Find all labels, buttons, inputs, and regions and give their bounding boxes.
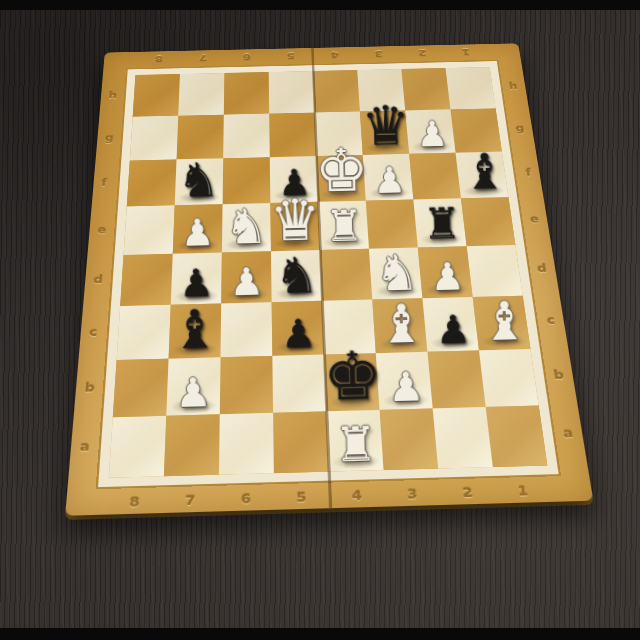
square-h5[interactable] xyxy=(269,71,315,113)
square-h1[interactable] xyxy=(446,67,496,109)
file-label-right-c: c xyxy=(546,314,557,327)
square-e6[interactable]: ♞ xyxy=(222,203,271,253)
square-e3[interactable] xyxy=(366,199,418,248)
piece-black-pawn-c5[interactable]: ♟ xyxy=(280,314,316,354)
square-e5[interactable]: ♛ xyxy=(270,202,320,251)
square-e1[interactable] xyxy=(461,197,515,246)
piece-white-pawn-g2[interactable]: ♟ xyxy=(416,116,448,152)
square-f2[interactable] xyxy=(409,153,461,200)
file-label-left-f: f xyxy=(101,177,108,188)
square-h7[interactable] xyxy=(178,73,224,116)
square-g5[interactable] xyxy=(269,113,316,158)
square-g2[interactable]: ♟ xyxy=(405,109,455,153)
rank-label-top-5: 5 xyxy=(286,51,295,61)
file-label-right-a: a xyxy=(562,426,574,441)
square-f4[interactable]: ♚ xyxy=(316,155,365,202)
square-d2[interactable]: ♟ xyxy=(418,246,473,298)
piece-white-pawn-b7[interactable]: ♟ xyxy=(174,372,211,413)
file-label-left-c: c xyxy=(89,325,99,338)
chess-board: ♛♟♞♟♚♟♝♟♞♛♜♜♟♟♞♞♟♝♟♝♟♝♟♚♟♜ 8765432187654… xyxy=(65,43,593,515)
square-b1[interactable] xyxy=(479,349,539,407)
piece-white-rook-e4[interactable]: ♜ xyxy=(324,204,364,248)
square-b7[interactable]: ♟ xyxy=(166,357,220,415)
square-b8[interactable] xyxy=(113,359,169,418)
square-d7[interactable]: ♟ xyxy=(171,252,222,304)
square-h6[interactable] xyxy=(224,72,269,115)
square-c7[interactable]: ♝ xyxy=(169,303,222,358)
rank-label-top-1: 1 xyxy=(460,47,470,57)
piece-black-rook-e2[interactable]: ♜ xyxy=(422,202,461,246)
piece-white-rook-a4[interactable]: ♜ xyxy=(333,420,377,469)
piece-white-king-f4[interactable]: ♚ xyxy=(314,140,369,201)
letterbox-bottom xyxy=(0,628,640,640)
file-label-left-b: b xyxy=(84,380,96,394)
rank-label-bottom-6: 6 xyxy=(241,491,252,507)
square-d8[interactable] xyxy=(120,254,173,306)
letterbox-top xyxy=(0,0,640,10)
rank-label-bottom-2: 2 xyxy=(462,485,474,501)
square-a4[interactable]: ♜ xyxy=(326,410,383,472)
piece-white-pawn-f3[interactable]: ♟ xyxy=(372,162,405,199)
piece-black-pawn-d7[interactable]: ♟ xyxy=(178,264,213,303)
square-d1[interactable] xyxy=(467,245,523,297)
file-label-left-h: h xyxy=(108,90,118,100)
rank-label-bottom-8: 8 xyxy=(129,494,141,510)
square-c2[interactable]: ♟ xyxy=(422,297,478,352)
square-d6[interactable]: ♟ xyxy=(221,251,271,303)
piece-black-king-b4[interactable]: ♚ xyxy=(322,342,383,410)
rank-label-top-3: 3 xyxy=(373,49,382,59)
square-c6[interactable] xyxy=(221,302,273,357)
file-label-right-d: d xyxy=(536,262,548,274)
square-a2[interactable] xyxy=(433,407,493,468)
square-b4[interactable]: ♚ xyxy=(324,353,379,411)
rank-label-bottom-3: 3 xyxy=(407,486,419,502)
piece-white-knight-d3[interactable]: ♞ xyxy=(374,247,419,297)
rank-label-top-2: 2 xyxy=(417,48,427,58)
square-h8[interactable] xyxy=(133,74,180,117)
file-label-right-h: h xyxy=(508,81,518,91)
file-label-left-a: a xyxy=(79,439,90,454)
file-label-left-e: e xyxy=(97,224,107,236)
file-label-right-g: g xyxy=(515,123,526,134)
square-f7[interactable]: ♞ xyxy=(175,158,223,205)
piece-white-pawn-d6[interactable]: ♟ xyxy=(228,263,263,302)
square-a7[interactable] xyxy=(164,414,220,476)
piece-black-bishop-c7[interactable]: ♝ xyxy=(170,303,219,357)
rank-label-top-8: 8 xyxy=(154,54,163,64)
square-a1[interactable] xyxy=(486,406,548,467)
piece-white-bishop-c1[interactable]: ♝ xyxy=(480,295,528,349)
piece-black-knight-d5[interactable]: ♞ xyxy=(273,250,318,300)
square-f3[interactable]: ♟ xyxy=(363,154,414,201)
piece-white-pawn-e7[interactable]: ♟ xyxy=(180,214,214,252)
piece-white-pawn-b3[interactable]: ♟ xyxy=(387,367,424,408)
file-label-right-b: b xyxy=(553,368,566,382)
square-a8[interactable] xyxy=(109,416,167,478)
piece-white-queen-e5[interactable]: ♛ xyxy=(268,191,321,249)
piece-black-bishop-f1[interactable]: ♝ xyxy=(462,147,507,197)
rank-label-top-6: 6 xyxy=(242,52,251,62)
rank-label-top-4: 4 xyxy=(330,50,339,60)
piece-white-bishop-c3[interactable]: ♝ xyxy=(377,297,426,351)
piece-white-pawn-d2[interactable]: ♟ xyxy=(429,258,464,297)
square-c8[interactable] xyxy=(117,305,171,360)
square-a5[interactable] xyxy=(273,411,329,473)
square-e7[interactable]: ♟ xyxy=(173,204,223,254)
file-label-left-d: d xyxy=(93,273,104,286)
square-b3[interactable]: ♟ xyxy=(376,352,433,410)
square-h4[interactable] xyxy=(313,70,360,112)
square-g6[interactable] xyxy=(223,114,270,159)
file-label-left-g: g xyxy=(105,132,115,143)
square-g8[interactable] xyxy=(130,116,178,161)
square-e8[interactable] xyxy=(124,205,175,255)
square-a3[interactable] xyxy=(380,408,439,470)
square-b6[interactable] xyxy=(220,356,273,414)
square-b5[interactable] xyxy=(272,355,326,413)
piece-black-pawn-c2[interactable]: ♟ xyxy=(435,310,471,350)
file-label-right-f: f xyxy=(525,167,533,178)
rank-label-bottom-4: 4 xyxy=(351,488,363,504)
rank-label-top-7: 7 xyxy=(198,53,207,63)
square-d5[interactable]: ♞ xyxy=(271,250,322,302)
square-d4[interactable] xyxy=(320,249,372,301)
piece-white-knight-e6[interactable]: ♞ xyxy=(224,202,268,251)
photo-scene: ♛♟♞♟♚♟♝♟♞♛♜♜♟♟♞♞♟♝♟♝♟♝♟♚♟♜ 8765432187654… xyxy=(0,0,640,640)
rank-label-bottom-7: 7 xyxy=(185,492,196,508)
square-d3[interactable]: ♞ xyxy=(369,248,423,300)
square-f1[interactable]: ♝ xyxy=(456,152,509,199)
square-c1[interactable]: ♝ xyxy=(473,296,531,351)
square-f8[interactable] xyxy=(127,159,177,206)
piece-black-knight-f7[interactable]: ♞ xyxy=(177,156,220,204)
file-label-right-e: e xyxy=(529,213,540,225)
square-c5[interactable]: ♟ xyxy=(272,301,324,356)
rank-label-bottom-5: 5 xyxy=(296,489,307,505)
square-e4[interactable]: ♜ xyxy=(318,201,369,250)
rank-label-bottom-1: 1 xyxy=(517,483,530,499)
square-e2[interactable]: ♜ xyxy=(413,198,466,247)
square-b2[interactable] xyxy=(427,350,485,408)
square-a6[interactable] xyxy=(219,413,274,475)
